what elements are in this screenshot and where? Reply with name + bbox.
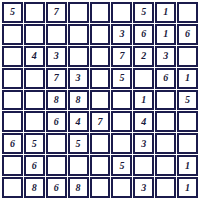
cell-r8c3[interactable] [46, 155, 67, 176]
cell-r9c6[interactable] [111, 177, 132, 198]
cell-r2c1[interactable] [2, 24, 23, 45]
cell-r3c4[interactable] [68, 46, 89, 67]
cell-r5c6[interactable] [111, 90, 132, 111]
cell-r6c1[interactable] [2, 111, 23, 132]
cell-r5c4[interactable]: 8 [68, 90, 89, 111]
cell-r1c4[interactable] [68, 2, 89, 23]
cell-r4c8[interactable]: 6 [155, 68, 176, 89]
cell-r6c7[interactable]: 4 [133, 111, 154, 132]
cell-r2c3[interactable] [46, 24, 67, 45]
cell-r6c6[interactable] [111, 111, 132, 132]
cell-r1c8[interactable]: 1 [155, 2, 176, 23]
cell-r2c5[interactable] [90, 24, 111, 45]
cell-r4c4[interactable]: 3 [68, 68, 89, 89]
cell-r1c1[interactable]: 5 [2, 2, 23, 23]
cell-r9c2[interactable]: 8 [24, 177, 45, 198]
cell-r4c9[interactable]: 1 [177, 68, 198, 89]
cell-r5c8[interactable] [155, 90, 176, 111]
cell-r7c9[interactable] [177, 133, 198, 154]
cell-r7c6[interactable] [111, 133, 132, 154]
cell-r5c7[interactable]: 1 [133, 90, 154, 111]
cell-r7c7[interactable]: 3 [133, 133, 154, 154]
cell-r5c2[interactable] [24, 90, 45, 111]
cell-r7c1[interactable]: 6 [2, 133, 23, 154]
cell-r1c9[interactable] [177, 2, 198, 23]
cell-r1c5[interactable] [90, 2, 111, 23]
cell-r1c3[interactable]: 7 [46, 2, 67, 23]
cell-r1c2[interactable] [24, 2, 45, 23]
cell-r8c4[interactable] [68, 155, 89, 176]
cell-r5c9[interactable]: 5 [177, 90, 198, 111]
cell-r6c9[interactable] [177, 111, 198, 132]
cell-r9c5[interactable] [90, 177, 111, 198]
cell-r3c3[interactable]: 3 [46, 46, 67, 67]
cell-r7c2[interactable]: 5 [24, 133, 45, 154]
cell-r7c3[interactable] [46, 133, 67, 154]
cell-r7c4[interactable]: 5 [68, 133, 89, 154]
cell-r2c7[interactable]: 6 [133, 24, 154, 45]
cell-r3c7[interactable]: 2 [133, 46, 154, 67]
cell-r6c8[interactable] [155, 111, 176, 132]
cell-r8c2[interactable]: 6 [24, 155, 45, 176]
cell-r3c2[interactable]: 4 [24, 46, 45, 67]
cell-r5c1[interactable] [2, 90, 23, 111]
cell-r3c8[interactable]: 3 [155, 46, 176, 67]
cell-r8c1[interactable] [2, 155, 23, 176]
puzzle-board: 57513616437237356188156474655365186831 [0, 0, 200, 200]
cell-r6c3[interactable]: 6 [46, 111, 67, 132]
cell-r3c5[interactable] [90, 46, 111, 67]
cell-r2c4[interactable] [68, 24, 89, 45]
cell-r4c5[interactable] [90, 68, 111, 89]
cell-r5c3[interactable]: 8 [46, 90, 67, 111]
cell-r6c2[interactable] [24, 111, 45, 132]
cell-r9c8[interactable] [155, 177, 176, 198]
cell-r9c4[interactable]: 8 [68, 177, 89, 198]
cell-r9c1[interactable] [2, 177, 23, 198]
cell-r6c4[interactable]: 4 [68, 111, 89, 132]
cell-r4c6[interactable]: 5 [111, 68, 132, 89]
cell-r8c6[interactable]: 5 [111, 155, 132, 176]
cell-r9c9[interactable]: 1 [177, 177, 198, 198]
cell-r3c6[interactable]: 7 [111, 46, 132, 67]
cell-r8c7[interactable] [133, 155, 154, 176]
cell-r2c9[interactable]: 6 [177, 24, 198, 45]
cell-r9c3[interactable]: 6 [46, 177, 67, 198]
cell-r2c2[interactable] [24, 24, 45, 45]
cell-r1c7[interactable]: 5 [133, 2, 154, 23]
cell-r4c1[interactable] [2, 68, 23, 89]
cell-r7c5[interactable] [90, 133, 111, 154]
cell-r8c5[interactable] [90, 155, 111, 176]
cell-r7c8[interactable] [155, 133, 176, 154]
cell-r3c1[interactable] [2, 46, 23, 67]
cell-r6c5[interactable]: 7 [90, 111, 111, 132]
cell-r8c8[interactable] [155, 155, 176, 176]
cell-r8c9[interactable]: 1 [177, 155, 198, 176]
cell-r2c6[interactable]: 3 [111, 24, 132, 45]
cell-r5c5[interactable] [90, 90, 111, 111]
cell-r1c6[interactable] [111, 2, 132, 23]
cell-r4c7[interactable] [133, 68, 154, 89]
cell-r2c8[interactable]: 1 [155, 24, 176, 45]
cell-r4c3[interactable]: 7 [46, 68, 67, 89]
cell-r9c7[interactable]: 3 [133, 177, 154, 198]
cell-r3c9[interactable] [177, 46, 198, 67]
cell-r4c2[interactable] [24, 68, 45, 89]
